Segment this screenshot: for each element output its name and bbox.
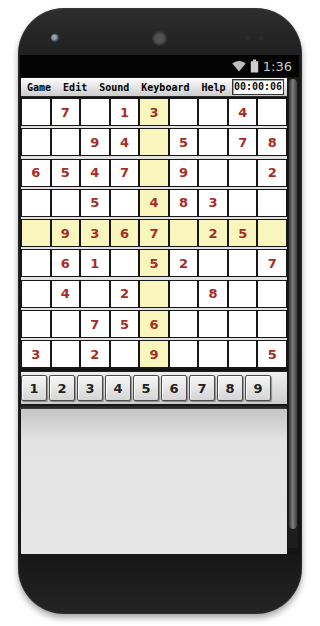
cell-r6c6[interactable]: 2 bbox=[169, 249, 199, 277]
menu-item-game[interactable]: Game bbox=[27, 82, 51, 93]
wifi-icon bbox=[232, 60, 246, 72]
cell-r7c8[interactable] bbox=[228, 280, 258, 308]
menu-items: GameEditSoundKeyboardHelp bbox=[21, 82, 232, 93]
cell-r4c5[interactable]: 4 bbox=[139, 189, 169, 217]
sudoku-app-window: GameEditSoundKeyboardHelp 00:00:06 71349… bbox=[20, 77, 299, 555]
cell-r3c7[interactable] bbox=[198, 159, 228, 187]
cell-r4c6[interactable]: 8 bbox=[169, 189, 199, 217]
cell-r4c8[interactable] bbox=[228, 189, 258, 217]
key-7[interactable]: 7 bbox=[189, 375, 215, 401]
cell-r5c2[interactable]: 9 bbox=[51, 219, 81, 247]
cell-r1c8[interactable]: 4 bbox=[228, 98, 258, 126]
cell-r9c1[interactable]: 3 bbox=[21, 340, 51, 368]
cell-r1c4[interactable]: 1 bbox=[110, 98, 140, 126]
scrollbar-thumb[interactable] bbox=[289, 79, 297, 529]
cell-r5c4[interactable]: 6 bbox=[110, 219, 140, 247]
cell-r3c9[interactable]: 2 bbox=[257, 159, 287, 187]
game-timer: 00:00:06 bbox=[232, 79, 284, 95]
cell-r9c6[interactable] bbox=[169, 340, 199, 368]
cell-r9c4[interactable] bbox=[110, 340, 140, 368]
cell-r8c6[interactable] bbox=[169, 310, 199, 338]
cell-r2c8[interactable]: 7 bbox=[228, 128, 258, 156]
proximity-sensor-icon bbox=[245, 35, 250, 40]
light-sensor-icon bbox=[259, 36, 264, 41]
menu-item-keyboard[interactable]: Keyboard bbox=[141, 82, 189, 93]
cell-r1c9[interactable] bbox=[257, 98, 287, 126]
cell-r5c6[interactable] bbox=[169, 219, 199, 247]
cell-r2c9[interactable]: 8 bbox=[257, 128, 287, 156]
cell-r3c4[interactable]: 7 bbox=[110, 159, 140, 187]
cell-r7c9[interactable] bbox=[257, 280, 287, 308]
cell-r7c5[interactable] bbox=[139, 280, 169, 308]
status-time: 1:36 bbox=[263, 59, 292, 74]
cell-r8c8[interactable] bbox=[228, 310, 258, 338]
cell-r6c3[interactable]: 1 bbox=[80, 249, 110, 277]
cell-r8c7[interactable] bbox=[198, 310, 228, 338]
cell-r4c9[interactable] bbox=[257, 189, 287, 217]
number-keypad: 123456789 bbox=[21, 371, 287, 404]
cell-r2c6[interactable]: 5 bbox=[169, 128, 199, 156]
cell-r9c2[interactable] bbox=[51, 340, 81, 368]
cell-r5c8[interactable]: 5 bbox=[228, 219, 258, 247]
earpiece-speaker-icon bbox=[152, 31, 167, 46]
cell-r6c7[interactable] bbox=[198, 249, 228, 277]
front-camera-icon bbox=[51, 34, 59, 42]
cell-r8c9[interactable] bbox=[257, 310, 287, 338]
cell-r6c8[interactable] bbox=[228, 249, 258, 277]
cell-r1c3[interactable] bbox=[80, 98, 110, 126]
cell-r9c9[interactable]: 5 bbox=[257, 340, 287, 368]
key-3[interactable]: 3 bbox=[77, 375, 103, 401]
cell-r7c4[interactable]: 2 bbox=[110, 280, 140, 308]
key-6[interactable]: 6 bbox=[161, 375, 187, 401]
cell-r6c4[interactable] bbox=[110, 249, 140, 277]
android-status-bar: 1:36 bbox=[20, 55, 299, 77]
cell-r8c1[interactable] bbox=[21, 310, 51, 338]
cell-r3c1[interactable]: 6 bbox=[21, 159, 51, 187]
cell-r1c1[interactable] bbox=[21, 98, 51, 126]
cell-r3c8[interactable] bbox=[228, 159, 258, 187]
cell-r2c3[interactable]: 9 bbox=[80, 128, 110, 156]
cell-r2c2[interactable] bbox=[51, 128, 81, 156]
cell-r4c3[interactable]: 5 bbox=[80, 189, 110, 217]
cell-r6c2[interactable]: 6 bbox=[51, 249, 81, 277]
cell-r6c5[interactable]: 5 bbox=[139, 249, 169, 277]
cell-r3c2[interactable]: 5 bbox=[51, 159, 81, 187]
cell-r6c9[interactable]: 7 bbox=[257, 249, 287, 277]
cell-r9c5[interactable]: 9 bbox=[139, 340, 169, 368]
cell-r2c5[interactable] bbox=[139, 128, 169, 156]
menu-bar: GameEditSoundKeyboardHelp 00:00:06 bbox=[21, 78, 287, 97]
key-2[interactable]: 2 bbox=[49, 375, 75, 401]
key-9[interactable]: 9 bbox=[245, 375, 271, 401]
cell-r7c3[interactable] bbox=[80, 280, 110, 308]
cell-r8c3[interactable]: 7 bbox=[80, 310, 110, 338]
cell-r4c2[interactable] bbox=[51, 189, 81, 217]
battery-icon bbox=[250, 59, 259, 73]
cell-r5c9[interactable] bbox=[257, 219, 287, 247]
key-1[interactable]: 1 bbox=[21, 375, 47, 401]
cell-r1c6[interactable] bbox=[169, 98, 199, 126]
cell-r2c4[interactable]: 4 bbox=[110, 128, 140, 156]
key-8[interactable]: 8 bbox=[217, 375, 243, 401]
scrollbar[interactable] bbox=[288, 78, 298, 548]
cell-r5c7[interactable]: 2 bbox=[198, 219, 228, 247]
key-5[interactable]: 5 bbox=[133, 375, 159, 401]
cell-r5c1[interactable] bbox=[21, 219, 51, 247]
cell-r4c7[interactable]: 3 bbox=[198, 189, 228, 217]
cell-r1c2[interactable]: 7 bbox=[51, 98, 81, 126]
cell-r3c6[interactable]: 9 bbox=[169, 159, 199, 187]
cell-r4c1[interactable] bbox=[21, 189, 51, 217]
cell-r2c1[interactable] bbox=[21, 128, 51, 156]
cell-r7c1[interactable] bbox=[21, 280, 51, 308]
cell-r8c2[interactable] bbox=[51, 310, 81, 338]
cell-r7c7[interactable]: 8 bbox=[198, 280, 228, 308]
cell-r9c8[interactable] bbox=[228, 340, 258, 368]
menu-item-help[interactable]: Help bbox=[201, 82, 225, 93]
cell-r2c7[interactable] bbox=[198, 128, 228, 156]
cell-r9c3[interactable]: 2 bbox=[80, 340, 110, 368]
cell-r9c7[interactable] bbox=[198, 340, 228, 368]
cell-r1c7[interactable] bbox=[198, 98, 228, 126]
cell-r7c6[interactable] bbox=[169, 280, 199, 308]
phone-screen: 1:36 GameEditSoundKeyboardHelp 00:00:06 … bbox=[20, 55, 299, 555]
key-4[interactable]: 4 bbox=[105, 375, 131, 401]
cell-r1c5[interactable]: 3 bbox=[139, 98, 169, 126]
menu-item-edit[interactable]: Edit bbox=[63, 82, 87, 93]
sudoku-board: 7134945786547925483936725615274287563295 bbox=[21, 98, 287, 368]
cell-r5c5[interactable]: 7 bbox=[139, 219, 169, 247]
cell-r8c5[interactable]: 6 bbox=[139, 310, 169, 338]
phone-frame: 1:36 GameEditSoundKeyboardHelp 00:00:06 … bbox=[18, 8, 302, 614]
cell-r3c3[interactable]: 4 bbox=[80, 159, 110, 187]
cell-r3c5[interactable] bbox=[139, 159, 169, 187]
cell-r4c4[interactable] bbox=[110, 189, 140, 217]
cell-r6c1[interactable] bbox=[21, 249, 51, 277]
cell-r5c3[interactable]: 3 bbox=[80, 219, 110, 247]
cell-r7c2[interactable]: 4 bbox=[51, 280, 81, 308]
empty-workspace bbox=[21, 409, 287, 554]
cell-r8c4[interactable]: 5 bbox=[110, 310, 140, 338]
menu-item-sound[interactable]: Sound bbox=[99, 82, 129, 93]
